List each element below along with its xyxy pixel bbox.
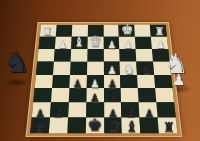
square-e5[interactable]: ♟ [86,75,103,89]
square-d8[interactable]: ♛ [104,117,122,133]
piece-white-pawn[interactable]: ♟ [90,78,100,89]
piece-white-pawn[interactable]: ♟ [107,39,116,49]
piece-black-queen[interactable]: ♛ [106,118,121,134]
square-d6[interactable]: ♝ [104,88,122,102]
square-c7[interactable]: ♟ [121,103,139,118]
piece-black-pawn[interactable]: ♟ [90,92,100,103]
square-b5[interactable] [137,75,155,89]
square-d5[interactable]: ♟ [104,75,121,89]
piece-white-pawn[interactable]: ♟ [58,39,67,49]
square-b6[interactable] [138,88,156,102]
piece-white-king[interactable]: ♚ [121,23,134,37]
square-h7[interactable]: ♟ [32,103,51,118]
square-b7[interactable]: ♟ [139,103,158,118]
piece-white-rook[interactable]: ♜ [154,26,164,37]
square-g5[interactable] [52,75,70,89]
piece-black-rook[interactable]: ♜ [162,121,174,134]
square-f6[interactable] [68,88,86,102]
square-g6[interactable] [51,88,69,102]
square-c2[interactable]: ♟ [119,37,136,49]
square-d1[interactable] [103,25,119,37]
square-c8[interactable]: ♝ [122,117,141,133]
square-f3[interactable] [70,49,87,62]
square-c3[interactable] [120,49,137,62]
piece-white-bishop[interactable]: ♝ [73,36,85,49]
square-g2[interactable]: ♟ [55,37,72,49]
square-a8[interactable]: ♜ [158,117,178,133]
square-a6[interactable] [155,88,174,102]
square-c4[interactable]: ♞ [120,61,137,74]
square-h8[interactable]: ♜ [30,117,50,133]
piece-black-pawn[interactable]: ♟ [54,107,64,118]
square-c6[interactable] [121,88,139,102]
piece-black-bishop[interactable]: ♝ [125,119,138,134]
square-b3[interactable] [136,49,153,62]
square-f4[interactable] [70,61,87,74]
piece-white-knight[interactable]: ♞ [123,62,135,75]
square-h1[interactable]: ♜ [40,25,57,37]
square-d4[interactable]: ♟ [103,61,120,74]
piece-black-pawn[interactable]: ♟ [73,78,83,89]
square-h4[interactable] [36,61,54,74]
captured-black-knight: ♞ [4,48,30,77]
piece-black-pawn[interactable]: ♟ [36,107,46,118]
square-g1[interactable] [56,25,72,37]
piece-white-rook[interactable]: ♜ [43,26,53,37]
piece-black-king[interactable]: ♚ [87,118,102,134]
square-f5[interactable]: ♟ [69,75,87,89]
square-e3[interactable] [87,49,104,62]
square-c1[interactable]: ♚ [119,25,135,37]
piece-white-pawn[interactable]: ♟ [123,39,132,49]
piece-black-rook[interactable]: ♜ [33,121,45,134]
square-b4[interactable]: ♞ [136,61,154,74]
piece-black-knight[interactable]: ♞ [140,62,152,75]
square-d3[interactable] [103,49,120,62]
square-b8[interactable] [140,117,159,133]
square-f8[interactable] [67,117,86,133]
square-g3[interactable] [54,49,71,62]
piece-black-pawn[interactable]: ♟ [144,107,154,118]
square-h2[interactable] [39,37,56,49]
square-e2[interactable]: ♛ [87,37,103,49]
chess-table-scene: ♜♚♜♟♝♛♟♟♟♟♞♞♟♟♟♟♝♟♟♟♟♟♜♚♛♝♜ ♞ ♞♟ [0,0,200,141]
square-c5[interactable] [120,75,138,89]
piece-black-bishop[interactable]: ♝ [106,89,119,103]
square-e8[interactable]: ♚ [85,117,103,133]
chess-board: ♜♚♜♟♝♛♟♟♟♟♞♞♟♟♟♟♝♟♟♟♟♟♜♚♛♝♜ [27,23,181,136]
square-a2[interactable]: ♟ [151,37,168,49]
square-d2[interactable]: ♟ [103,37,119,49]
square-b2[interactable] [135,37,152,49]
square-f7[interactable] [68,103,86,118]
square-a7[interactable] [156,103,175,118]
square-e4[interactable] [87,61,104,74]
square-g7[interactable]: ♟ [50,103,69,118]
captured-white-pawn: ♟ [172,73,185,88]
square-h6[interactable] [33,88,52,102]
square-f2[interactable]: ♝ [71,37,87,49]
square-g8[interactable] [49,117,68,133]
captured-black-shadow [4,78,30,87]
square-h3[interactable] [37,49,54,62]
piece-white-pawn[interactable]: ♟ [107,65,116,76]
square-h5[interactable] [35,75,53,89]
square-a1[interactable]: ♜ [150,25,167,37]
square-b1[interactable] [134,25,151,37]
square-g4[interactable] [53,61,70,74]
piece-white-queen[interactable]: ♛ [89,35,102,49]
square-e6[interactable]: ♟ [86,88,104,102]
